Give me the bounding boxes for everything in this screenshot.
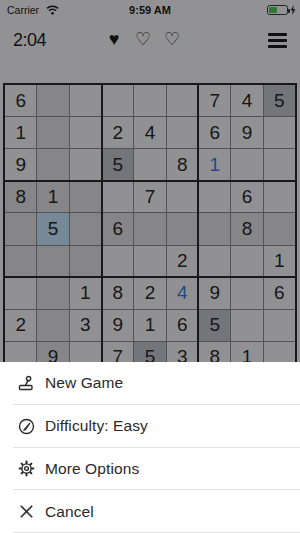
more-options-button[interactable]: More Options xyxy=(0,448,300,491)
cancel-label: Cancel xyxy=(45,503,94,521)
gear-icon xyxy=(18,460,35,477)
cancel-button[interactable]: Cancel xyxy=(0,490,300,533)
speedometer-icon xyxy=(18,418,35,435)
more-options-label: More Options xyxy=(45,460,139,478)
close-icon xyxy=(18,503,35,520)
new-game-button[interactable]: New Game xyxy=(0,362,300,405)
new-game-label: New Game xyxy=(45,374,123,392)
action-sheet: New Game Difficulty: Easy xyxy=(0,362,300,533)
difficulty-button[interactable]: Difficulty: Easy xyxy=(0,405,300,448)
joystick-icon xyxy=(18,375,35,392)
difficulty-label: Difficulty: Easy xyxy=(45,417,148,435)
app-screen: Carrier 9:59 AM 2:04 ♥♡♡ 674512469958181… xyxy=(0,0,300,533)
